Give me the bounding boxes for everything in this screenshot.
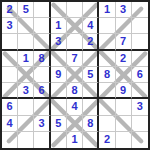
cell-r4c2[interactable]: 1 — [18, 51, 34, 67]
cell-r7c2[interactable] — [18, 99, 34, 115]
cell-r7c1[interactable]: 6 — [2, 99, 18, 115]
cell-r9c2[interactable] — [18, 132, 34, 148]
cell-r1c9[interactable] — [132, 2, 148, 18]
cell-r8c3[interactable]: 3 — [34, 116, 50, 132]
cell-r5c9[interactable]: 6 — [132, 67, 148, 83]
cell-r3c2[interactable] — [18, 34, 34, 50]
cell-r5c4[interactable]: 9 — [51, 67, 67, 83]
cell-r6c8[interactable]: 9 — [116, 83, 132, 99]
cell-r6c4[interactable] — [51, 83, 67, 99]
cell-r5c3[interactable] — [34, 67, 50, 83]
cell-r5c2[interactable] — [18, 67, 34, 83]
cell-r7c6[interactable] — [83, 99, 99, 115]
cell-r4c9[interactable] — [132, 51, 148, 67]
cell-r6c7[interactable] — [99, 83, 115, 99]
cell-r7c5[interactable]: 4 — [67, 99, 83, 115]
cell-r2c9[interactable] — [132, 18, 148, 34]
cell-r8c5[interactable] — [67, 116, 83, 132]
cell-r3c1[interactable] — [2, 34, 18, 50]
cell-r2c8[interactable] — [116, 18, 132, 34]
cell-r3c4[interactable]: 3 — [51, 34, 67, 50]
sudoku-grid: 2513314327187295863689643435812 — [2, 2, 148, 148]
cell-r5c8[interactable] — [116, 67, 132, 83]
cell-r8c9[interactable] — [132, 116, 148, 132]
cell-r6c5[interactable]: 8 — [67, 83, 83, 99]
cell-r9c1[interactable] — [2, 132, 18, 148]
cell-r2c5[interactable] — [67, 18, 83, 34]
cell-r4c3[interactable]: 8 — [34, 51, 50, 67]
cell-r5c7[interactable]: 8 — [99, 67, 115, 83]
cell-r7c7[interactable] — [99, 99, 115, 115]
cell-r4c1[interactable] — [2, 51, 18, 67]
cell-r9c7[interactable]: 2 — [99, 132, 115, 148]
cell-r9c8[interactable] — [116, 132, 132, 148]
cell-r2c3[interactable] — [34, 18, 50, 34]
cell-r3c3[interactable] — [34, 34, 50, 50]
cell-r3c7[interactable] — [99, 34, 115, 50]
cell-r8c2[interactable] — [18, 116, 34, 132]
cell-r4c5[interactable]: 7 — [67, 51, 83, 67]
cell-r9c5[interactable]: 1 — [67, 132, 83, 148]
cell-r9c3[interactable] — [34, 132, 50, 148]
cell-r8c7[interactable] — [99, 116, 115, 132]
cell-r2c2[interactable] — [18, 18, 34, 34]
cell-r1c2[interactable]: 5 — [18, 2, 34, 18]
cell-r9c9[interactable] — [132, 132, 148, 148]
cell-r1c6[interactable] — [83, 2, 99, 18]
cell-r6c2[interactable]: 3 — [18, 83, 34, 99]
cell-r2c6[interactable]: 4 — [83, 18, 99, 34]
cell-r6c9[interactable] — [132, 83, 148, 99]
cell-r7c3[interactable] — [34, 99, 50, 115]
cell-r1c7[interactable]: 1 — [99, 2, 115, 18]
cell-r1c8[interactable]: 3 — [116, 2, 132, 18]
cell-r4c6[interactable] — [83, 51, 99, 67]
cell-r8c1[interactable]: 4 — [2, 116, 18, 132]
cell-r1c5[interactable] — [67, 2, 83, 18]
cell-r3c8[interactable]: 7 — [116, 34, 132, 50]
cell-r2c1[interactable]: 3 — [2, 18, 18, 34]
cell-r9c4[interactable] — [51, 132, 67, 148]
cell-r8c6[interactable]: 8 — [83, 116, 99, 132]
cell-r1c1[interactable]: 2 — [2, 2, 18, 18]
cell-r2c7[interactable] — [99, 18, 115, 34]
cell-r8c8[interactable] — [116, 116, 132, 132]
cell-r4c4[interactable] — [51, 51, 67, 67]
cell-r1c4[interactable] — [51, 2, 67, 18]
cell-r7c8[interactable] — [116, 99, 132, 115]
cell-r5c5[interactable] — [67, 67, 83, 83]
cell-r5c6[interactable]: 5 — [83, 67, 99, 83]
cell-r7c9[interactable]: 3 — [132, 99, 148, 115]
cell-r3c6[interactable]: 2 — [83, 34, 99, 50]
cell-r2c4[interactable]: 1 — [51, 18, 67, 34]
cell-r9c6[interactable] — [83, 132, 99, 148]
cell-r4c8[interactable]: 2 — [116, 51, 132, 67]
cell-r6c1[interactable] — [2, 83, 18, 99]
cell-r4c7[interactable] — [99, 51, 115, 67]
cell-r5c1[interactable] — [2, 67, 18, 83]
cell-r8c4[interactable]: 5 — [51, 116, 67, 132]
cell-r6c3[interactable]: 6 — [34, 83, 50, 99]
sudoku-board: 2513314327187295863689643435812 — [0, 0, 150, 150]
cell-r7c4[interactable] — [51, 99, 67, 115]
cell-r3c5[interactable] — [67, 34, 83, 50]
cell-r3c9[interactable] — [132, 34, 148, 50]
cell-r1c3[interactable] — [34, 2, 50, 18]
cell-r6c6[interactable] — [83, 83, 99, 99]
